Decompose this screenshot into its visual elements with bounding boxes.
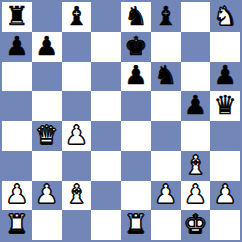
black-bishop[interactable]: ♝ [65, 3, 88, 29]
white-knight[interactable]: ♞ [213, 3, 236, 29]
square-d8[interactable] [91, 2, 121, 32]
square-d6[interactable] [91, 62, 121, 92]
square-b2[interactable]: ♟ [32, 181, 62, 211]
square-g1[interactable]: ♚ [181, 210, 211, 240]
square-c7[interactable] [62, 32, 92, 62]
chess-board: ♜♝♞♝♞♟♟♚♟♞♟♟♛♛♟♝♟♟♝♟♟♟♜♜♚ [2, 2, 240, 240]
white-pawn[interactable]: ♟ [35, 181, 58, 207]
square-a2[interactable]: ♟ [2, 181, 32, 211]
black-king[interactable]: ♚ [124, 33, 147, 59]
square-f6[interactable]: ♞ [151, 62, 181, 92]
white-pawn[interactable]: ♟ [65, 122, 88, 148]
square-f7[interactable] [151, 32, 181, 62]
square-g5[interactable]: ♟ [181, 91, 211, 121]
square-h3[interactable] [210, 151, 240, 181]
square-e1[interactable]: ♜ [121, 210, 151, 240]
white-pawn[interactable]: ♟ [213, 181, 236, 207]
square-f5[interactable] [151, 91, 181, 121]
square-a3[interactable] [2, 151, 32, 181]
square-e4[interactable] [121, 121, 151, 151]
black-queen[interactable]: ♛ [213, 92, 236, 118]
square-a4[interactable] [2, 121, 32, 151]
square-c1[interactable] [62, 210, 92, 240]
square-b4[interactable]: ♛ [32, 121, 62, 151]
black-pawn[interactable]: ♟ [124, 62, 147, 88]
white-pawn[interactable]: ♟ [184, 181, 207, 207]
square-c8[interactable]: ♝ [62, 2, 92, 32]
square-b5[interactable] [32, 91, 62, 121]
square-h6[interactable]: ♟ [210, 62, 240, 92]
white-queen[interactable]: ♛ [35, 122, 58, 148]
white-rook[interactable]: ♜ [124, 211, 147, 237]
black-rook[interactable]: ♜ [5, 3, 28, 29]
white-pawn[interactable]: ♟ [5, 181, 28, 207]
square-g4[interactable] [181, 121, 211, 151]
square-e2[interactable] [121, 181, 151, 211]
square-d7[interactable] [91, 32, 121, 62]
square-a8[interactable]: ♜ [2, 2, 32, 32]
square-a7[interactable]: ♟ [2, 32, 32, 62]
square-h8[interactable]: ♞ [210, 2, 240, 32]
square-e5[interactable] [121, 91, 151, 121]
square-c3[interactable] [62, 151, 92, 181]
square-f8[interactable]: ♝ [151, 2, 181, 32]
chess-board-frame: ♜♝♞♝♞♟♟♚♟♞♟♟♛♛♟♝♟♟♝♟♟♟♜♜♚ [0, 0, 242, 242]
square-c6[interactable] [62, 62, 92, 92]
square-b6[interactable] [32, 62, 62, 92]
square-b1[interactable] [32, 210, 62, 240]
square-a6[interactable] [2, 62, 32, 92]
black-knight[interactable]: ♞ [154, 62, 177, 88]
square-h7[interactable] [210, 32, 240, 62]
black-knight[interactable]: ♞ [124, 3, 147, 29]
white-rook[interactable]: ♜ [5, 211, 28, 237]
square-d1[interactable] [91, 210, 121, 240]
square-a1[interactable]: ♜ [2, 210, 32, 240]
square-h4[interactable] [210, 121, 240, 151]
black-pawn[interactable]: ♟ [5, 33, 28, 59]
square-e6[interactable]: ♟ [121, 62, 151, 92]
square-f3[interactable] [151, 151, 181, 181]
black-pawn[interactable]: ♟ [213, 62, 236, 88]
square-d4[interactable] [91, 121, 121, 151]
square-a5[interactable] [2, 91, 32, 121]
square-g7[interactable] [181, 32, 211, 62]
square-b7[interactable]: ♟ [32, 32, 62, 62]
square-b8[interactable] [32, 2, 62, 32]
square-f1[interactable] [151, 210, 181, 240]
square-g3[interactable]: ♝ [181, 151, 211, 181]
square-c4[interactable]: ♟ [62, 121, 92, 151]
square-f4[interactable] [151, 121, 181, 151]
black-pawn[interactable]: ♟ [35, 33, 58, 59]
black-bishop[interactable]: ♝ [154, 3, 177, 29]
black-pawn[interactable]: ♟ [184, 92, 207, 118]
white-bishop[interactable]: ♝ [184, 152, 207, 178]
square-d5[interactable] [91, 91, 121, 121]
square-g2[interactable]: ♟ [181, 181, 211, 211]
square-g8[interactable] [181, 2, 211, 32]
square-c5[interactable] [62, 91, 92, 121]
square-h5[interactable]: ♛ [210, 91, 240, 121]
square-d3[interactable] [91, 151, 121, 181]
square-e3[interactable] [121, 151, 151, 181]
square-b3[interactable] [32, 151, 62, 181]
white-king[interactable]: ♚ [184, 211, 207, 237]
square-f2[interactable]: ♟ [151, 181, 181, 211]
white-bishop[interactable]: ♝ [65, 181, 88, 207]
square-c2[interactable]: ♝ [62, 181, 92, 211]
white-pawn[interactable]: ♟ [154, 181, 177, 207]
square-d2[interactable] [91, 181, 121, 211]
square-g6[interactable] [181, 62, 211, 92]
square-e8[interactable]: ♞ [121, 2, 151, 32]
square-h2[interactable]: ♟ [210, 181, 240, 211]
square-h1[interactable] [210, 210, 240, 240]
square-e7[interactable]: ♚ [121, 32, 151, 62]
